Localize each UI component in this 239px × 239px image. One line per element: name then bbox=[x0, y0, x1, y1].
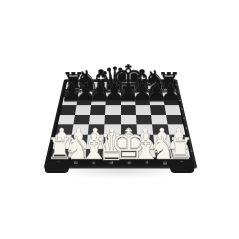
square-b2 bbox=[70, 134, 88, 145]
square-b1 bbox=[68, 146, 87, 158]
square-d1 bbox=[103, 146, 120, 158]
square-c8 bbox=[93, 82, 107, 89]
square-d6 bbox=[106, 97, 121, 105]
square-a7 bbox=[64, 89, 79, 97]
square-c1 bbox=[86, 146, 104, 158]
square-e7 bbox=[121, 89, 135, 97]
square-g7 bbox=[148, 89, 163, 97]
square-f5 bbox=[135, 105, 151, 114]
rank-label-4: 4 bbox=[181, 115, 187, 125]
square-d3 bbox=[104, 124, 120, 134]
square-e3 bbox=[121, 124, 137, 134]
rank-label-5: 5 bbox=[179, 105, 185, 114]
square-f1 bbox=[137, 146, 155, 158]
square-f3 bbox=[136, 124, 153, 134]
square-a6 bbox=[62, 97, 78, 105]
square-d7 bbox=[106, 89, 120, 97]
square-e4 bbox=[121, 115, 137, 125]
square-e6 bbox=[121, 97, 136, 105]
square-g6 bbox=[149, 97, 165, 105]
file-label-d: d bbox=[103, 160, 121, 166]
square-d4 bbox=[105, 115, 121, 125]
file-label-f: f bbox=[138, 160, 156, 166]
square-f6 bbox=[135, 97, 150, 105]
square-b6 bbox=[77, 97, 93, 105]
square-a5 bbox=[60, 105, 77, 114]
chess-board-frame: 87654321 abcdefgh bbox=[44, 79, 198, 168]
square-c3 bbox=[88, 124, 105, 134]
square-g2 bbox=[153, 134, 171, 145]
square-f8 bbox=[134, 82, 148, 89]
board-foot-right bbox=[169, 162, 195, 173]
square-c4 bbox=[89, 115, 105, 125]
square-e5 bbox=[121, 105, 136, 114]
square-e2 bbox=[121, 134, 138, 145]
square-g1 bbox=[154, 146, 173, 158]
square-a8 bbox=[65, 82, 80, 89]
square-e8 bbox=[121, 82, 135, 89]
file-label-e: e bbox=[121, 160, 139, 166]
square-d5 bbox=[105, 105, 120, 114]
square-c7 bbox=[92, 89, 107, 97]
square-g4 bbox=[151, 115, 168, 125]
square-d8 bbox=[107, 82, 121, 89]
square-g8 bbox=[147, 82, 162, 89]
square-a3 bbox=[56, 124, 74, 134]
board-foot-left bbox=[44, 162, 70, 173]
rank-label-6: 6 bbox=[177, 97, 183, 105]
square-g5 bbox=[150, 105, 166, 114]
square-c6 bbox=[91, 97, 106, 105]
square-e1 bbox=[121, 146, 138, 158]
chess-board-grid bbox=[51, 82, 191, 158]
square-b7 bbox=[78, 89, 93, 97]
rank-label-8: 8 bbox=[174, 82, 179, 89]
square-c5 bbox=[90, 105, 106, 114]
square-f7 bbox=[134, 89, 149, 97]
square-a1 bbox=[51, 146, 70, 158]
chess-set-photo: 87654321 abcdefgh ♜♞♝♛♚♝♞♜♟♟♟♟♟♟♟♟♟♟♟♟♟♟… bbox=[0, 0, 239, 239]
rank-label-7: 7 bbox=[176, 89, 181, 97]
square-f2 bbox=[137, 134, 154, 145]
square-a4 bbox=[58, 115, 75, 125]
square-b5 bbox=[75, 105, 91, 114]
square-b8 bbox=[79, 82, 94, 89]
square-d2 bbox=[104, 134, 121, 145]
rank-label-3: 3 bbox=[183, 124, 190, 134]
square-a2 bbox=[53, 134, 72, 145]
square-c2 bbox=[87, 134, 104, 145]
file-label-c: c bbox=[85, 160, 103, 166]
square-b3 bbox=[72, 124, 89, 134]
square-g3 bbox=[152, 124, 169, 134]
square-b4 bbox=[74, 115, 91, 125]
square-f4 bbox=[136, 115, 152, 125]
